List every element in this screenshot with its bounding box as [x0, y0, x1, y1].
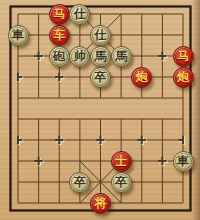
piece-black-advisor[interactable]: 仕 [69, 4, 90, 25]
piece-black-cannon[interactable]: 砲 [49, 46, 70, 67]
piece-red-horse[interactable]: 马 [173, 46, 194, 67]
piece-red-chariot[interactable]: 车 [49, 25, 70, 46]
piece-black-soldier[interactable]: 卒 [111, 172, 132, 193]
piece-black-chariot[interactable]: 車 [8, 25, 29, 46]
piece-black-horse[interactable]: 馬 [111, 46, 132, 67]
piece-black-soldier[interactable]: 卒 [90, 67, 111, 88]
xiangqi-board: 马仕車车仕砲帅馬馬马卒炮炮士車卒卒将 [0, 0, 200, 220]
piece-red-horse[interactable]: 马 [49, 4, 70, 25]
piece-black-king[interactable]: 帅 [69, 46, 90, 67]
piece-red-advisor[interactable]: 士 [111, 151, 132, 172]
piece-red-king[interactable]: 将 [90, 193, 111, 214]
piece-black-horse[interactable]: 馬 [90, 46, 111, 67]
piece-black-chariot[interactable]: 車 [173, 151, 194, 172]
piece-black-advisor[interactable]: 仕 [90, 25, 111, 46]
piece-red-cannon[interactable]: 炮 [173, 67, 194, 88]
piece-red-cannon[interactable]: 炮 [131, 67, 152, 88]
piece-black-soldier[interactable]: 卒 [69, 172, 90, 193]
